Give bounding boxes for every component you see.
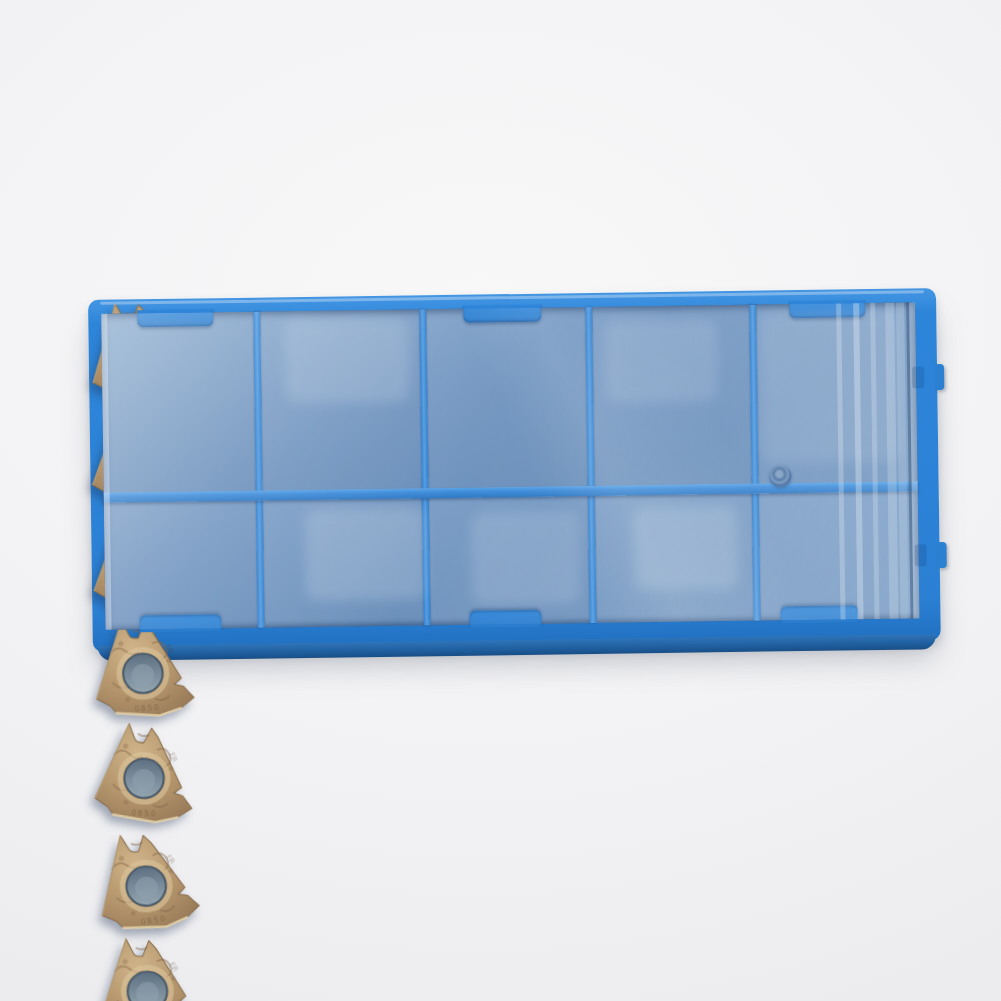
compartment-cell <box>759 492 909 621</box>
compartment-cell <box>104 501 258 630</box>
insert-marking: 0850 <box>131 808 157 818</box>
lid-reflection-patch <box>471 511 580 604</box>
product-photo: 0850 ER <box>0 0 1001 1001</box>
carbide-insert: 0850 ER <box>89 717 216 835</box>
carbide-insert: 0850 ER <box>91 824 217 941</box>
case-bottom-edge <box>98 634 936 661</box>
lid-reflection-patch <box>305 507 426 601</box>
compartment-cell <box>101 312 255 493</box>
latch-tab <box>463 305 541 323</box>
lid-reflection-patch <box>760 311 900 463</box>
lid-reflection-patch <box>284 318 409 404</box>
latch-tab <box>469 610 541 628</box>
insert-case: 0850 ER <box>88 288 941 652</box>
rim-notch <box>912 366 924 388</box>
lid-reflection-patch <box>604 319 717 403</box>
side-latch-bump <box>935 364 944 390</box>
latch-tab <box>780 605 858 623</box>
carbide-insert: 0850 ER <box>97 934 214 1001</box>
side-latch-bump <box>937 542 946 568</box>
carbide-insert: 0850 ER <box>92 616 209 724</box>
latch-tab <box>139 614 221 632</box>
compartment-cell <box>426 307 587 488</box>
rim-notch <box>914 544 926 566</box>
latch-tab <box>137 309 213 327</box>
lid-reflection-patch <box>633 505 738 590</box>
